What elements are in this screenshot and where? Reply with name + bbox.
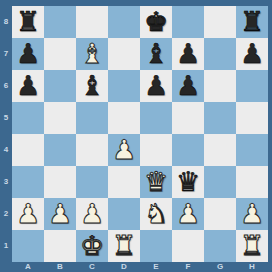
square-b3[interactable] <box>44 166 76 198</box>
file-label-a: A <box>12 262 44 272</box>
square-f8[interactable] <box>172 6 204 38</box>
square-c3[interactable] <box>76 166 108 198</box>
rank-label-2: 2 <box>0 198 12 230</box>
file-label-f: F <box>172 262 204 272</box>
rank-label-7: 7 <box>0 38 12 70</box>
file-label-g: G <box>204 262 236 272</box>
square-d2[interactable] <box>108 198 140 230</box>
white-pawn-icon[interactable]: ♟ <box>48 198 72 230</box>
square-b2[interactable]: ♟ <box>44 198 76 230</box>
square-g6[interactable] <box>204 70 236 102</box>
square-e8[interactable]: ♚ <box>140 6 172 38</box>
white-king-icon[interactable]: ♚ <box>80 230 104 262</box>
white-pawn-icon[interactable]: ♟ <box>112 134 136 166</box>
square-e5[interactable] <box>140 102 172 134</box>
chess-board[interactable]: ♜♚♜♟♝♝♟♟♟♝♟♟♟♛♛♟♟♟♞♟♟♚♜♜ <box>12 6 268 262</box>
square-h5[interactable] <box>236 102 268 134</box>
square-e1[interactable] <box>140 230 172 262</box>
black-bishop-icon[interactable]: ♝ <box>144 38 168 70</box>
white-rook-icon[interactable]: ♜ <box>240 230 264 262</box>
chess-board-frame: 87654321 ♜♚♜♟♝♝♟♟♟♝♟♟♟♛♛♟♟♟♞♟♟♚♜♜ ABCDEF… <box>0 0 272 272</box>
square-a5[interactable] <box>12 102 44 134</box>
square-a4[interactable] <box>12 134 44 166</box>
square-h7[interactable]: ♟ <box>236 38 268 70</box>
square-h2[interactable]: ♟ <box>236 198 268 230</box>
black-rook-icon[interactable]: ♜ <box>16 6 40 38</box>
white-knight-icon[interactable]: ♞ <box>144 198 168 230</box>
rank-label-8: 8 <box>0 6 12 38</box>
white-pawn-icon[interactable]: ♟ <box>80 198 104 230</box>
square-f6[interactable]: ♟ <box>172 70 204 102</box>
file-label-c: C <box>76 262 108 272</box>
file-label-h: H <box>236 262 268 272</box>
file-label-b: B <box>44 262 76 272</box>
rank-label-5: 5 <box>0 102 12 134</box>
rank-label-4: 4 <box>0 134 12 166</box>
square-d1[interactable]: ♜ <box>108 230 140 262</box>
square-c2[interactable]: ♟ <box>76 198 108 230</box>
black-pawn-icon[interactable]: ♟ <box>16 70 40 102</box>
white-queen-icon[interactable]: ♛ <box>144 166 168 198</box>
white-pawn-icon[interactable]: ♟ <box>176 198 200 230</box>
square-c8[interactable] <box>76 6 108 38</box>
square-a7[interactable]: ♟ <box>12 38 44 70</box>
square-a2[interactable]: ♟ <box>12 198 44 230</box>
white-pawn-icon[interactable]: ♟ <box>16 198 40 230</box>
square-e3[interactable]: ♛ <box>140 166 172 198</box>
black-pawn-icon[interactable]: ♟ <box>16 38 40 70</box>
square-h4[interactable] <box>236 134 268 166</box>
square-f5[interactable] <box>172 102 204 134</box>
black-rook-icon[interactable]: ♜ <box>240 6 264 38</box>
rank-label-6: 6 <box>0 70 12 102</box>
square-h6[interactable] <box>236 70 268 102</box>
square-g4[interactable] <box>204 134 236 166</box>
square-a3[interactable] <box>12 166 44 198</box>
square-b7[interactable] <box>44 38 76 70</box>
square-g5[interactable] <box>204 102 236 134</box>
square-a6[interactable]: ♟ <box>12 70 44 102</box>
square-g7[interactable] <box>204 38 236 70</box>
square-f1[interactable] <box>172 230 204 262</box>
black-queen-icon[interactable]: ♛ <box>176 166 200 198</box>
black-pawn-icon[interactable]: ♟ <box>240 38 264 70</box>
square-g8[interactable] <box>204 6 236 38</box>
square-g1[interactable] <box>204 230 236 262</box>
square-c5[interactable] <box>76 102 108 134</box>
black-king-icon[interactable]: ♚ <box>144 6 168 38</box>
square-e6[interactable]: ♟ <box>140 70 172 102</box>
square-e2[interactable]: ♞ <box>140 198 172 230</box>
square-c7[interactable]: ♝ <box>76 38 108 70</box>
black-pawn-icon[interactable]: ♟ <box>176 70 200 102</box>
square-b6[interactable] <box>44 70 76 102</box>
black-pawn-icon[interactable]: ♟ <box>176 38 200 70</box>
square-d4[interactable]: ♟ <box>108 134 140 166</box>
file-label-d: D <box>108 262 140 272</box>
black-bishop-icon[interactable]: ♝ <box>80 70 104 102</box>
rank-labels: 87654321 <box>0 6 12 262</box>
square-d5[interactable] <box>108 102 140 134</box>
square-d8[interactable] <box>108 6 140 38</box>
file-label-e: E <box>140 262 172 272</box>
square-g3[interactable] <box>204 166 236 198</box>
square-f2[interactable]: ♟ <box>172 198 204 230</box>
square-c6[interactable]: ♝ <box>76 70 108 102</box>
square-d3[interactable] <box>108 166 140 198</box>
square-b5[interactable] <box>44 102 76 134</box>
square-c4[interactable] <box>76 134 108 166</box>
square-f3[interactable]: ♛ <box>172 166 204 198</box>
square-c1[interactable]: ♚ <box>76 230 108 262</box>
square-f7[interactable]: ♟ <box>172 38 204 70</box>
square-a1[interactable] <box>12 230 44 262</box>
square-d7[interactable] <box>108 38 140 70</box>
square-b4[interactable] <box>44 134 76 166</box>
square-b8[interactable] <box>44 6 76 38</box>
square-f4[interactable] <box>172 134 204 166</box>
rank-label-3: 3 <box>0 166 12 198</box>
square-h3[interactable] <box>236 166 268 198</box>
white-pawn-icon[interactable]: ♟ <box>240 198 264 230</box>
square-a8[interactable]: ♜ <box>12 6 44 38</box>
square-b1[interactable] <box>44 230 76 262</box>
square-h1[interactable]: ♜ <box>236 230 268 262</box>
black-pawn-icon[interactable]: ♟ <box>144 70 168 102</box>
square-e4[interactable] <box>140 134 172 166</box>
rank-label-1: 1 <box>0 230 12 262</box>
file-labels: ABCDEFGH <box>12 262 268 272</box>
white-rook-icon[interactable]: ♜ <box>112 230 136 262</box>
square-g2[interactable] <box>204 198 236 230</box>
square-e7[interactable]: ♝ <box>140 38 172 70</box>
square-d6[interactable] <box>108 70 140 102</box>
square-h8[interactable]: ♜ <box>236 6 268 38</box>
white-bishop-icon[interactable]: ♝ <box>80 38 104 70</box>
